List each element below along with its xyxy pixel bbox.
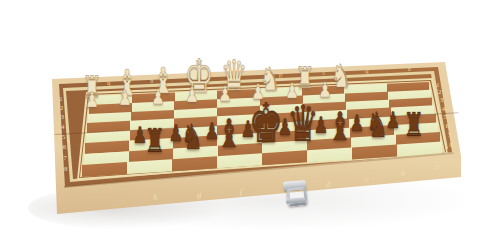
piece-black-knight-g7: ♞ <box>181 120 204 155</box>
piece-black-rook-h7: ♜ <box>144 124 165 157</box>
piece-white-pawn-e2: ♟ <box>185 85 199 106</box>
piece-white-pawn-h2: ♟ <box>85 90 99 111</box>
piece-white-knight-a1: ♞ <box>331 60 352 92</box>
piece-black-rook-a7: ♜ <box>403 108 424 141</box>
piece-white-pawn-g2: ♟ <box>118 88 132 109</box>
piece-white-pawn-d2: ♟ <box>218 84 232 105</box>
piece-black-bishop-f7: ♝ <box>216 114 241 153</box>
piece-black-king-e7: ♚ <box>248 97 283 151</box>
piece-black-knight-b7: ♞ <box>365 109 388 144</box>
piece-black-bishop-c7: ♝ <box>327 107 352 146</box>
piece-white-pawn-f2: ♟ <box>152 87 166 108</box>
piece-white-pawn-a2: ♟ <box>318 79 332 100</box>
chess-set-photo: 1122334455667788hhggffeeddccbbaa ♜♝♝♚♛♞♜… <box>0 0 500 246</box>
piece-black-queen-d7: ♛ <box>287 99 319 149</box>
chess-pieces: ♜♝♝♚♛♞♜♞♟♟♟♟♟♟♟♟♟♟♟♟♟♟♟♟♜♞♝♚♛♝♞♜ <box>0 0 500 246</box>
